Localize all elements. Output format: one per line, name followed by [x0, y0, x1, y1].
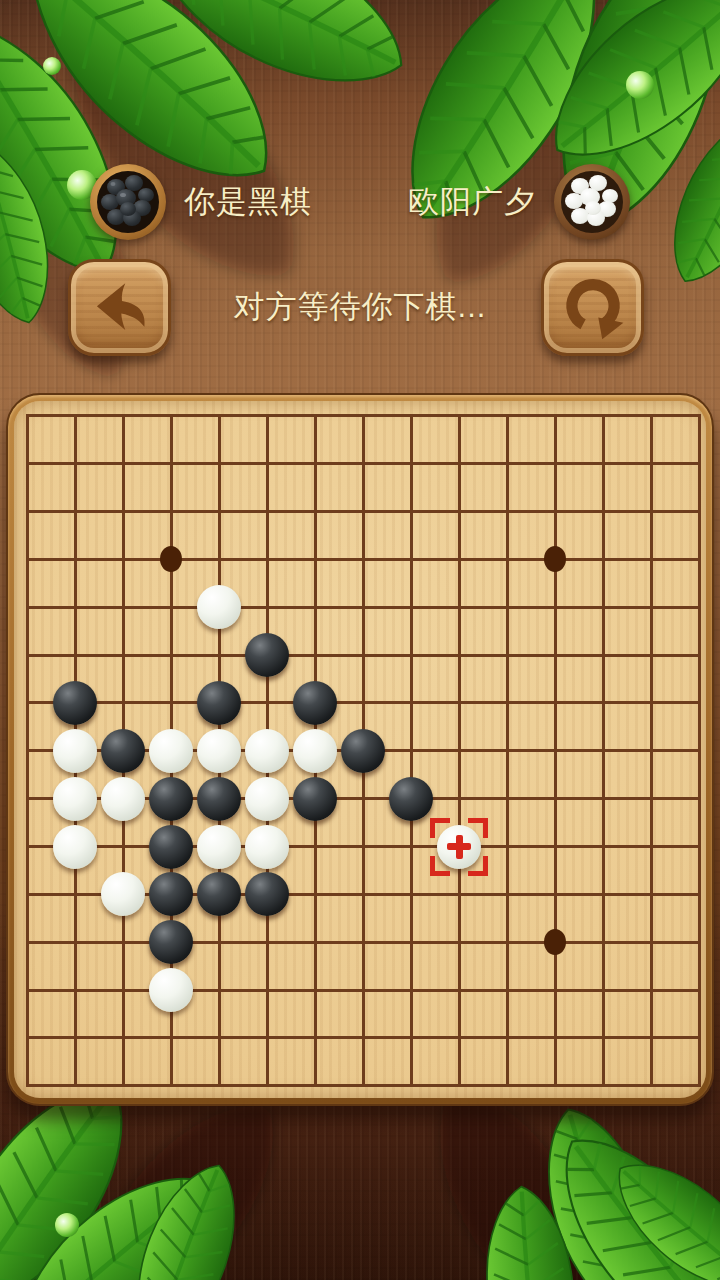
board-intersection[interactable] [51, 488, 99, 536]
board-intersection[interactable] [243, 488, 291, 536]
board-intersection[interactable] [147, 583, 195, 631]
board-intersection[interactable] [435, 870, 483, 918]
board-intersection[interactable] [291, 488, 339, 536]
board-intersection[interactable] [435, 401, 483, 440]
board-intersection [339, 727, 387, 775]
white-stone [53, 777, 97, 821]
board-intersection[interactable] [14, 401, 51, 440]
board-intersection[interactable] [147, 440, 195, 488]
board-intersection[interactable] [627, 775, 675, 823]
board-intersection[interactable] [387, 583, 435, 631]
black-stone [53, 681, 97, 725]
board-intersection[interactable] [14, 966, 51, 1014]
board-intersection[interactable] [147, 1014, 195, 1062]
white-stone [149, 729, 193, 773]
board-intersection[interactable] [99, 536, 147, 584]
board-frame [6, 393, 714, 1106]
black-stone [341, 729, 385, 773]
board-intersection [195, 583, 243, 631]
board-intersection[interactable] [483, 488, 531, 536]
board-intersection[interactable] [291, 583, 339, 631]
board-intersection [243, 870, 291, 918]
board-intersection[interactable] [291, 440, 339, 488]
white-stone [53, 729, 97, 773]
board-intersection[interactable] [579, 631, 627, 679]
board-intersection[interactable] [339, 401, 387, 440]
dew-drop [626, 71, 654, 99]
board-intersection[interactable] [483, 536, 531, 584]
board-intersection [387, 775, 435, 823]
restart-icon [560, 274, 626, 340]
board-intersection[interactable] [435, 679, 483, 727]
board-intersection[interactable] [195, 488, 243, 536]
board-intersection[interactable] [579, 401, 627, 440]
board-intersection[interactable] [675, 440, 706, 488]
board-intersection [147, 775, 195, 823]
board-intersection[interactable] [675, 727, 706, 775]
board-intersection[interactable] [147, 488, 195, 536]
board-intersection[interactable] [291, 1062, 339, 1098]
board-intersection[interactable] [435, 918, 483, 966]
board-intersection[interactable] [387, 679, 435, 727]
board-intersection[interactable] [14, 775, 51, 823]
board-intersection[interactable] [51, 583, 99, 631]
board-intersection[interactable] [627, 823, 675, 871]
board-intersection[interactable] [531, 823, 579, 871]
board-intersection [99, 727, 147, 775]
board-intersection[interactable] [627, 631, 675, 679]
board-intersection[interactable] [339, 679, 387, 727]
board-intersection[interactable] [579, 1062, 627, 1098]
board-intersection [291, 727, 339, 775]
board-intersection[interactable] [627, 1062, 675, 1098]
board-intersection[interactable] [531, 1014, 579, 1062]
player-white: 欧阳广夕 [408, 162, 632, 242]
white-stone [437, 825, 481, 869]
board-intersection[interactable] [579, 536, 627, 584]
board-intersection[interactable] [627, 870, 675, 918]
board-intersection[interactable] [675, 966, 706, 1014]
board-intersection[interactable] [531, 870, 579, 918]
board-intersection[interactable] [579, 918, 627, 966]
white-stones-bowl-icon [552, 162, 632, 242]
black-stone [197, 681, 241, 725]
board-intersection[interactable] [435, 583, 483, 631]
board-intersection[interactable] [627, 536, 675, 584]
board-intersection[interactable] [14, 679, 51, 727]
board-intersection[interactable] [99, 488, 147, 536]
board-intersection[interactable] [291, 870, 339, 918]
board-intersection [51, 775, 99, 823]
board-intersection[interactable] [483, 823, 531, 871]
board-intersection[interactable] [387, 1062, 435, 1098]
board-intersection [243, 823, 291, 871]
players-bar: 你是黑棋 欧阳广夕 [0, 158, 720, 246]
board-intersection[interactable] [531, 631, 579, 679]
board-intersection[interactable] [435, 440, 483, 488]
board-intersection[interactable] [291, 536, 339, 584]
board-intersection[interactable] [579, 488, 627, 536]
white-stone [197, 585, 241, 629]
board-intersection[interactable] [51, 536, 99, 584]
board-intersection[interactable] [531, 966, 579, 1014]
star-point [544, 546, 566, 572]
board-intersection[interactable] [195, 1062, 243, 1098]
board-intersection [243, 727, 291, 775]
board-intersection[interactable] [483, 918, 531, 966]
board-intersection[interactable] [339, 631, 387, 679]
board-intersection[interactable] [483, 401, 531, 440]
white-stone [245, 777, 289, 821]
board-intersection [99, 870, 147, 918]
board-intersection[interactable] [243, 583, 291, 631]
player-black-label: 你是黑棋 [184, 181, 312, 223]
board-intersection[interactable] [339, 583, 387, 631]
board-intersection[interactable] [99, 1062, 147, 1098]
board-intersection[interactable] [531, 488, 579, 536]
board-surface [14, 401, 706, 1098]
board-intersection[interactable] [483, 631, 531, 679]
board-intersection[interactable] [531, 440, 579, 488]
board-intersection[interactable] [675, 536, 706, 584]
board-intersection[interactable] [51, 1062, 99, 1098]
board-intersection[interactable] [627, 583, 675, 631]
board-intersection[interactable] [675, 679, 706, 727]
black-stone [149, 872, 193, 916]
board-intersection[interactable] [627, 440, 675, 488]
board-intersection[interactable] [483, 440, 531, 488]
board-intersection[interactable] [243, 679, 291, 727]
board-intersection [99, 775, 147, 823]
board-intersection [147, 823, 195, 871]
board-intersection[interactable] [627, 727, 675, 775]
back-button[interactable] [68, 259, 171, 356]
board-intersection[interactable] [387, 727, 435, 775]
board-intersection [291, 775, 339, 823]
board-intersection[interactable] [387, 488, 435, 536]
black-stone [293, 777, 337, 821]
black-stone [149, 920, 193, 964]
black-stone [389, 777, 433, 821]
board-intersection[interactable] [579, 823, 627, 871]
black-stone [101, 729, 145, 773]
board-intersection[interactable] [291, 631, 339, 679]
board-intersection[interactable] [339, 536, 387, 584]
white-stone [293, 729, 337, 773]
board-intersection[interactable] [195, 918, 243, 966]
board-intersection[interactable] [627, 966, 675, 1014]
white-stone [101, 872, 145, 916]
restart-button[interactable] [541, 259, 644, 356]
board-intersection [195, 775, 243, 823]
board-intersection[interactable] [14, 823, 51, 871]
board-intersection[interactable] [531, 1062, 579, 1098]
board-intersection[interactable] [147, 679, 195, 727]
board-intersection[interactable] [339, 870, 387, 918]
board-intersection[interactable] [531, 727, 579, 775]
board-intersection[interactable] [579, 679, 627, 727]
board-intersection[interactable] [147, 401, 195, 440]
board-intersection [243, 631, 291, 679]
dew-drop [43, 57, 61, 75]
board-intersection[interactable] [51, 870, 99, 918]
board-intersection[interactable] [579, 1014, 627, 1062]
board-intersection[interactable] [675, 918, 706, 966]
board-intersection[interactable] [51, 918, 99, 966]
board-intersection[interactable] [14, 870, 51, 918]
white-stone [245, 729, 289, 773]
black-stone [245, 633, 289, 677]
board-intersection[interactable] [99, 918, 147, 966]
star-point [160, 546, 182, 572]
board-intersection[interactable] [579, 775, 627, 823]
board-intersection[interactable] [339, 1014, 387, 1062]
board-intersection[interactable] [483, 966, 531, 1014]
black-stone [197, 777, 241, 821]
board-intersection[interactable] [387, 870, 435, 918]
board-intersection[interactable] [387, 1014, 435, 1062]
board-intersection[interactable] [243, 1014, 291, 1062]
board-intersection[interactable] [99, 1014, 147, 1062]
board-intersection[interactable] [14, 1014, 51, 1062]
white-stone [53, 825, 97, 869]
board-intersection[interactable] [483, 583, 531, 631]
board-intersection [51, 679, 99, 727]
board-intersection[interactable] [579, 583, 627, 631]
player-white-name: 欧阳广夕 [408, 181, 536, 223]
board-intersection[interactable] [675, 1014, 706, 1062]
board-intersection[interactable] [387, 401, 435, 440]
board-intersection[interactable] [339, 1062, 387, 1098]
black-stones-bowl-icon [88, 162, 168, 242]
board-intersection[interactable] [291, 918, 339, 966]
status-message: 对方等待你下棋... [234, 286, 487, 328]
board-intersection[interactable] [627, 1014, 675, 1062]
board-intersection[interactable] [243, 966, 291, 1014]
board-intersection[interactable] [579, 440, 627, 488]
gomoku-board [14, 401, 706, 1098]
board-intersection[interactable] [627, 918, 675, 966]
board-intersection[interactable] [14, 918, 51, 966]
board-intersection[interactable] [579, 870, 627, 918]
dew-drop [55, 1213, 79, 1237]
board-intersection[interactable] [147, 631, 195, 679]
board-intersection[interactable] [387, 966, 435, 1014]
board-intersection[interactable] [99, 966, 147, 1014]
board-intersection[interactable] [387, 918, 435, 966]
board-intersection[interactable] [387, 536, 435, 584]
board-intersection[interactable] [99, 583, 147, 631]
white-stone [197, 729, 241, 773]
board-intersection [195, 727, 243, 775]
board-intersection [291, 679, 339, 727]
board-intersection[interactable] [435, 1014, 483, 1062]
back-arrow-icon [87, 274, 153, 340]
board-intersection[interactable] [14, 536, 51, 584]
board-intersection [147, 918, 195, 966]
board-intersection[interactable] [14, 631, 51, 679]
board-intersection[interactable] [14, 440, 51, 488]
board-intersection[interactable] [51, 1014, 99, 1062]
board-intersection [435, 823, 483, 871]
board-intersection[interactable] [483, 679, 531, 727]
board-intersection[interactable] [147, 536, 195, 584]
board-intersection[interactable] [99, 679, 147, 727]
board-intersection[interactable] [99, 440, 147, 488]
board-intersection[interactable] [387, 631, 435, 679]
board-intersection[interactable] [291, 823, 339, 871]
board-intersection[interactable] [243, 440, 291, 488]
board-intersection[interactable] [435, 488, 483, 536]
board-intersection[interactable] [579, 966, 627, 1014]
board-intersection [147, 870, 195, 918]
board-intersection[interactable] [675, 870, 706, 918]
white-stone [245, 825, 289, 869]
board-intersection[interactable] [195, 631, 243, 679]
board-intersection[interactable] [579, 727, 627, 775]
board-intersection[interactable] [627, 401, 675, 440]
white-stone [149, 968, 193, 1012]
board-intersection[interactable] [675, 775, 706, 823]
board-intersection[interactable] [627, 488, 675, 536]
board-intersection[interactable] [195, 966, 243, 1014]
board-intersection [195, 679, 243, 727]
board-intersection[interactable] [435, 631, 483, 679]
board-intersection[interactable] [483, 1062, 531, 1098]
black-stone [149, 825, 193, 869]
board-intersection[interactable] [291, 966, 339, 1014]
board-intersection[interactable] [51, 401, 99, 440]
board-intersection[interactable] [339, 488, 387, 536]
board-intersection[interactable] [243, 536, 291, 584]
board-intersection[interactable] [51, 966, 99, 1014]
board-intersection[interactable] [483, 870, 531, 918]
board-intersection[interactable] [195, 401, 243, 440]
board-intersection[interactable] [675, 1062, 706, 1098]
board-intersection[interactable] [195, 1014, 243, 1062]
board-intersection[interactable] [339, 966, 387, 1014]
black-stone [293, 681, 337, 725]
board-intersection[interactable] [531, 401, 579, 440]
board-intersection[interactable] [435, 1062, 483, 1098]
board-intersection[interactable] [435, 536, 483, 584]
board-intersection [51, 727, 99, 775]
board-intersection [147, 966, 195, 1014]
board-intersection[interactable] [531, 775, 579, 823]
board-intersection[interactable] [243, 1062, 291, 1098]
board-intersection [51, 823, 99, 871]
black-stone [197, 872, 241, 916]
board-intersection[interactable] [291, 401, 339, 440]
board-intersection[interactable] [675, 631, 706, 679]
board-intersection[interactable] [339, 918, 387, 966]
board-intersection[interactable] [531, 536, 579, 584]
board-intersection[interactable] [675, 488, 706, 536]
board-intersection[interactable] [243, 401, 291, 440]
black-stone [149, 777, 193, 821]
board-intersection [195, 870, 243, 918]
black-stone [245, 872, 289, 916]
board-intersection[interactable] [339, 823, 387, 871]
board-intersection[interactable] [339, 440, 387, 488]
board-intersection[interactable] [99, 631, 147, 679]
board-intersection[interactable] [483, 775, 531, 823]
board-intersection[interactable] [531, 679, 579, 727]
board-intersection[interactable] [435, 727, 483, 775]
board-intersection[interactable] [531, 918, 579, 966]
board-intersection[interactable] [483, 727, 531, 775]
star-point [544, 929, 566, 955]
board-intersection[interactable] [675, 583, 706, 631]
board-intersection[interactable] [435, 966, 483, 1014]
white-stone [197, 825, 241, 869]
board-intersection [243, 775, 291, 823]
board-intersection[interactable] [99, 401, 147, 440]
board-intersection[interactable] [51, 631, 99, 679]
board-intersection[interactable] [387, 440, 435, 488]
board-intersection[interactable] [339, 775, 387, 823]
board-intersection[interactable] [243, 918, 291, 966]
board-intersection[interactable] [14, 583, 51, 631]
board-intersection[interactable] [387, 823, 435, 871]
board-intersection[interactable] [483, 1014, 531, 1062]
controls-bar: 对方等待你下棋... [0, 256, 720, 358]
board-intersection [195, 823, 243, 871]
board-intersection[interactable] [14, 727, 51, 775]
board-intersection[interactable] [14, 1062, 51, 1098]
board-intersection[interactable] [195, 536, 243, 584]
board-intersection[interactable] [147, 1062, 195, 1098]
board-intersection[interactable] [51, 440, 99, 488]
board-intersection [147, 727, 195, 775]
board-intersection[interactable] [675, 823, 706, 871]
player-black: 你是黑棋 [88, 162, 312, 242]
board-intersection[interactable] [531, 583, 579, 631]
white-stone [101, 777, 145, 821]
board-intersection[interactable] [435, 775, 483, 823]
board-intersection[interactable] [99, 823, 147, 871]
board-intersection[interactable] [675, 401, 706, 440]
board-intersection[interactable] [14, 488, 51, 536]
board-intersection[interactable] [195, 440, 243, 488]
board-intersection[interactable] [627, 679, 675, 727]
board-intersection[interactable] [291, 1014, 339, 1062]
